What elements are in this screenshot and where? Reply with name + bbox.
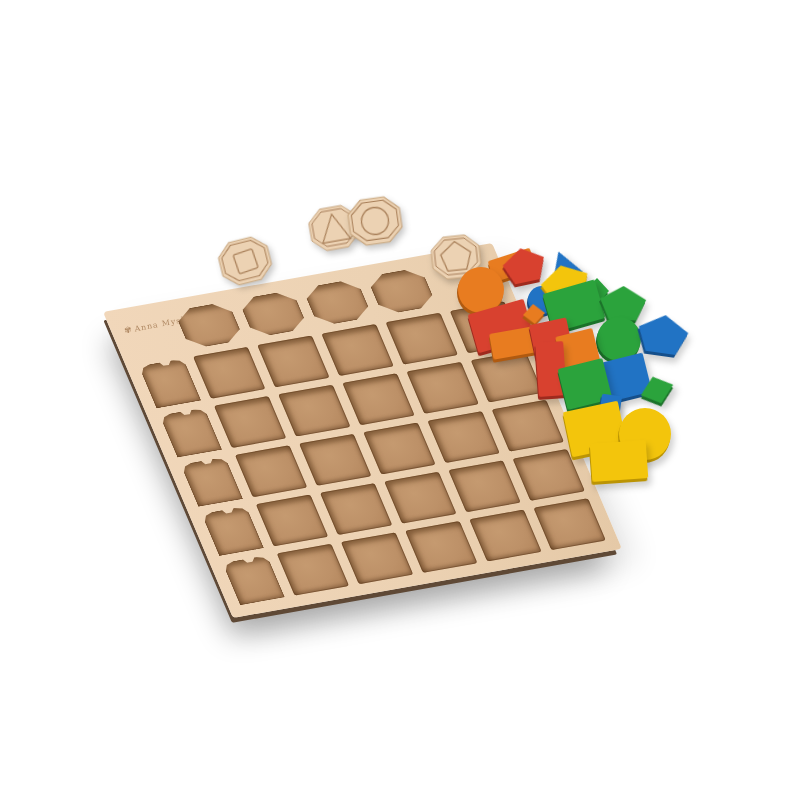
square-recess-r5-c4[interactable]	[469, 510, 541, 562]
piece-blue-pentagon[interactable]	[636, 312, 691, 357]
square-recess-r2-c1[interactable]	[214, 396, 286, 448]
octagon-recess-r0-c3[interactable]	[302, 278, 373, 326]
square-recess-r3-c4[interactable]	[427, 411, 499, 463]
square-recess-r4-c2[interactable]	[320, 483, 392, 535]
octagon-recess-r0-c4[interactable]	[366, 267, 437, 315]
marker-tile-square[interactable]	[214, 232, 276, 289]
piece-face	[590, 440, 649, 482]
marker-tile-circle[interactable]	[345, 193, 405, 248]
square-recess-r5-c2[interactable]	[341, 532, 413, 584]
octagon-recess-r0-c1[interactable]	[174, 301, 245, 349]
octagon-recess-r0-c2[interactable]	[238, 290, 309, 338]
square-recess-r4-c4[interactable]	[448, 460, 520, 512]
square-recess-r3-c1[interactable]	[235, 445, 307, 497]
square-recess-r1-c4[interactable]	[386, 313, 458, 365]
square-recess-r2-c4[interactable]	[407, 362, 479, 414]
product-photo-scene: ✾Anna Mysl	[0, 0, 800, 800]
slot-recess-r5-c0[interactable]	[222, 555, 285, 605]
square-recess-r3-c5[interactable]	[492, 400, 564, 452]
square-recess-r2-c2[interactable]	[278, 385, 350, 437]
square-recess-r1-c3[interactable]	[321, 324, 393, 376]
slot-recess-r4-c0[interactable]	[201, 506, 264, 556]
square-recess-r1-c1[interactable]	[193, 347, 265, 399]
square-recess-r3-c3[interactable]	[363, 423, 435, 475]
square-recess-r2-c3[interactable]	[342, 373, 414, 425]
square-recess-r5-c1[interactable]	[277, 544, 349, 596]
square-recess-r3-c2[interactable]	[299, 434, 371, 486]
square-recess-r1-c2[interactable]	[257, 335, 329, 387]
square-recess-r4-c3[interactable]	[384, 472, 456, 524]
logo-text: Anna Mysl	[132, 316, 186, 334]
slot-recess-r1-c0[interactable]	[139, 358, 202, 408]
square-recess-r4-c1[interactable]	[256, 495, 328, 547]
square-recess-r5-c5[interactable]	[533, 498, 605, 550]
square-recess-r5-c3[interactable]	[405, 521, 477, 573]
slot-recess-r2-c0[interactable]	[160, 407, 223, 457]
piece-yellow-square[interactable]	[590, 440, 649, 482]
slot-recess-r3-c0[interactable]	[180, 457, 243, 507]
